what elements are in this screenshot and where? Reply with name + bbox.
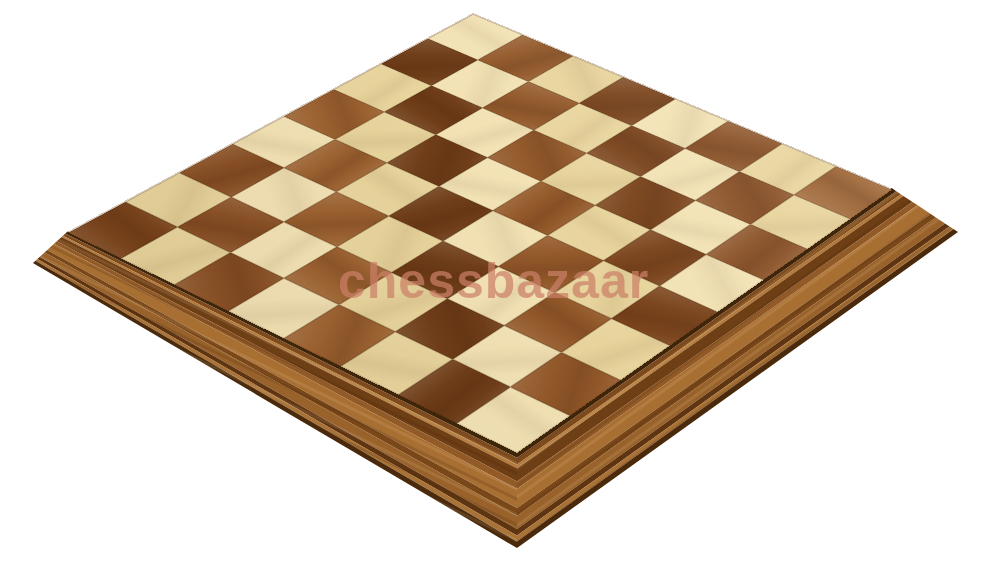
product-photo: chessbazaar bbox=[0, 0, 1000, 562]
watermark-text: chessbazaar bbox=[338, 256, 649, 306]
chess-board bbox=[67, 13, 893, 453]
